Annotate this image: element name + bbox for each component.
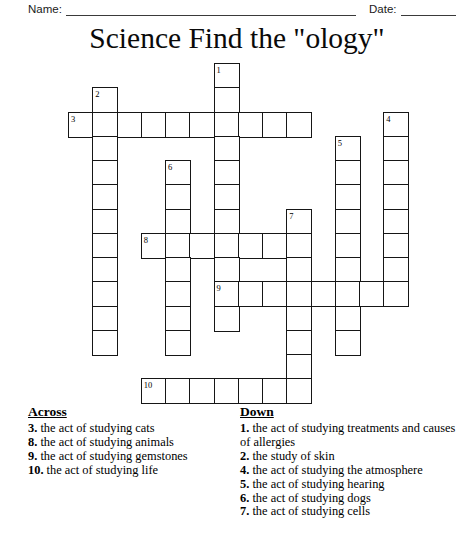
grid-cell[interactable] bbox=[383, 184, 409, 210]
grid-cell[interactable]: 9 bbox=[214, 281, 240, 307]
clue-item-number: 5. bbox=[240, 477, 249, 491]
grid-cell[interactable]: 1 bbox=[214, 63, 240, 89]
grid-cell[interactable] bbox=[189, 112, 215, 138]
clue-item-number: 10. bbox=[28, 463, 44, 477]
grid-cell[interactable] bbox=[92, 330, 118, 356]
grid-cell[interactable] bbox=[165, 281, 191, 307]
grid-cell[interactable] bbox=[383, 257, 409, 283]
clue-item-number: 6. bbox=[240, 491, 249, 505]
grid-cell[interactable]: 6 bbox=[165, 160, 191, 186]
date-blank-line bbox=[401, 2, 456, 16]
grid-cell[interactable] bbox=[286, 281, 312, 307]
down-clue-list: 1. the act of studying treatments and ca… bbox=[240, 422, 458, 519]
clue-number-in-cell: 7 bbox=[287, 210, 311, 221]
grid-cell[interactable] bbox=[92, 306, 118, 332]
name-blank-line bbox=[66, 2, 356, 16]
name-label: Name: bbox=[28, 3, 62, 15]
across-header: Across bbox=[28, 404, 233, 419]
grid-cell[interactable] bbox=[335, 306, 361, 332]
grid-cell[interactable] bbox=[335, 257, 361, 283]
clue-item-number: 1. bbox=[240, 421, 249, 435]
clue-item-number: 3. bbox=[28, 421, 37, 435]
worksheet-page: Name: Date: Science Find the "ology" 123… bbox=[0, 0, 474, 555]
grid-cell[interactable]: 7 bbox=[286, 209, 312, 235]
grid-cell[interactable] bbox=[238, 233, 264, 259]
grid-cell[interactable] bbox=[335, 184, 361, 210]
grid-cell[interactable] bbox=[262, 233, 288, 259]
grid-cell[interactable] bbox=[165, 184, 191, 210]
grid-cell[interactable] bbox=[214, 233, 240, 259]
grid-cell[interactable] bbox=[286, 257, 312, 283]
clue-number-in-cell: 2 bbox=[93, 88, 117, 99]
grid-cell[interactable] bbox=[262, 378, 288, 404]
clue-item: 6. the act of studying dogs bbox=[240, 492, 458, 506]
crossword-grid: 12345678910 bbox=[68, 63, 409, 404]
grid-cell[interactable] bbox=[92, 136, 118, 162]
clue-item: 3. the act of studying cats bbox=[28, 422, 233, 436]
clue-item-number: 4. bbox=[240, 463, 249, 477]
clue-item: 8. the act of studying animals bbox=[28, 436, 233, 450]
grid-cell[interactable] bbox=[92, 209, 118, 235]
grid-cell[interactable] bbox=[286, 112, 312, 138]
grid-cell[interactable] bbox=[383, 136, 409, 162]
date-label: Date: bbox=[369, 3, 397, 15]
grid-cell[interactable] bbox=[92, 257, 118, 283]
grid-cell[interactable] bbox=[238, 378, 264, 404]
clue-item-number: 8. bbox=[28, 435, 37, 449]
grid-cell[interactable] bbox=[92, 233, 118, 259]
grid-cell[interactable] bbox=[165, 378, 191, 404]
down-header: Down bbox=[240, 404, 458, 419]
grid-cell[interactable] bbox=[383, 281, 409, 307]
across-clues-section: Across 3. the act of studying cats8. the… bbox=[28, 404, 233, 478]
clue-item: 2. the study of skin bbox=[240, 450, 458, 464]
grid-cell[interactable] bbox=[165, 112, 191, 138]
grid-cell[interactable] bbox=[335, 330, 361, 356]
grid-cell[interactable] bbox=[286, 330, 312, 356]
grid-cell[interactable]: 5 bbox=[335, 136, 361, 162]
grid-cell[interactable] bbox=[286, 306, 312, 332]
grid-cell[interactable] bbox=[92, 112, 118, 138]
grid-cell[interactable] bbox=[141, 112, 167, 138]
down-clues-section: Down 1. the act of studying treatments a… bbox=[240, 404, 458, 519]
clue-item-number: 2. bbox=[240, 449, 249, 463]
grid-cell[interactable] bbox=[117, 112, 143, 138]
grid-cell[interactable] bbox=[262, 112, 288, 138]
clue-item: 1. the act of studying treatments and ca… bbox=[240, 422, 458, 450]
clue-item: 4. the act of studying the atmosphere bbox=[240, 464, 458, 478]
clue-item-number: 9. bbox=[28, 449, 37, 463]
clue-item: 5. the act of studying hearing bbox=[240, 478, 458, 492]
grid-cell[interactable] bbox=[359, 281, 385, 307]
grid-cell[interactable] bbox=[165, 257, 191, 283]
grid-cell[interactable] bbox=[214, 112, 240, 138]
grid-cell[interactable] bbox=[238, 112, 264, 138]
clue-item: 9. the act of studying gemstones bbox=[28, 450, 233, 464]
grid-cell[interactable] bbox=[286, 354, 312, 380]
grid-cell[interactable] bbox=[214, 160, 240, 186]
grid-cell[interactable] bbox=[189, 378, 215, 404]
page-title: Science Find the "ology" bbox=[0, 22, 474, 55]
grid-cell[interactable] bbox=[286, 233, 312, 259]
grid-cell[interactable] bbox=[262, 281, 288, 307]
grid-cell[interactable] bbox=[335, 233, 361, 259]
across-clue-list: 3. the act of studying cats8. the act of… bbox=[28, 422, 233, 478]
clue-number-in-cell: 10 bbox=[142, 379, 166, 390]
grid-cell[interactable] bbox=[214, 87, 240, 113]
clue-number-in-cell: 1 bbox=[215, 64, 239, 75]
grid-cell[interactable] bbox=[92, 184, 118, 210]
grid-cell[interactable]: 3 bbox=[68, 112, 94, 138]
clue-item-number: 7. bbox=[240, 504, 249, 518]
clue-number-in-cell: 5 bbox=[336, 137, 360, 148]
grid-cell[interactable] bbox=[165, 209, 191, 235]
clue-item: 10. the act of studying life bbox=[28, 464, 233, 478]
grid-cell[interactable] bbox=[214, 306, 240, 332]
grid-cell[interactable] bbox=[383, 233, 409, 259]
grid-cell[interactable] bbox=[165, 233, 191, 259]
grid-cell[interactable] bbox=[214, 184, 240, 210]
grid-cell[interactable] bbox=[165, 330, 191, 356]
clue-number-in-cell: 6 bbox=[166, 161, 190, 172]
grid-cell[interactable]: 8 bbox=[141, 233, 167, 259]
grid-cell[interactable] bbox=[383, 209, 409, 235]
grid-cell[interactable] bbox=[92, 281, 118, 307]
grid-cell[interactable]: 2 bbox=[92, 87, 118, 113]
clue-number-in-cell: 4 bbox=[384, 113, 408, 124]
grid-cell[interactable] bbox=[335, 209, 361, 235]
grid-cell[interactable] bbox=[311, 281, 337, 307]
grid-cell[interactable] bbox=[383, 160, 409, 186]
grid-cell[interactable] bbox=[238, 281, 264, 307]
grid-cell[interactable] bbox=[335, 281, 361, 307]
clue-number-in-cell: 8 bbox=[142, 234, 166, 245]
grid-cell[interactable] bbox=[286, 378, 312, 404]
clue-number-in-cell: 9 bbox=[215, 282, 239, 293]
grid-cell[interactable] bbox=[335, 160, 361, 186]
grid-cell[interactable]: 10 bbox=[141, 378, 167, 404]
grid-cell[interactable] bbox=[189, 233, 215, 259]
grid-cell[interactable]: 4 bbox=[383, 112, 409, 138]
grid-cell[interactable] bbox=[214, 257, 240, 283]
grid-cell[interactable] bbox=[214, 378, 240, 404]
grid-cell[interactable] bbox=[214, 136, 240, 162]
grid-cell[interactable] bbox=[214, 209, 240, 235]
grid-cell[interactable] bbox=[92, 160, 118, 186]
clue-item: 7. the act of studying cells bbox=[240, 505, 458, 519]
clue-number-in-cell: 3 bbox=[69, 113, 93, 124]
grid-cell[interactable] bbox=[165, 306, 191, 332]
